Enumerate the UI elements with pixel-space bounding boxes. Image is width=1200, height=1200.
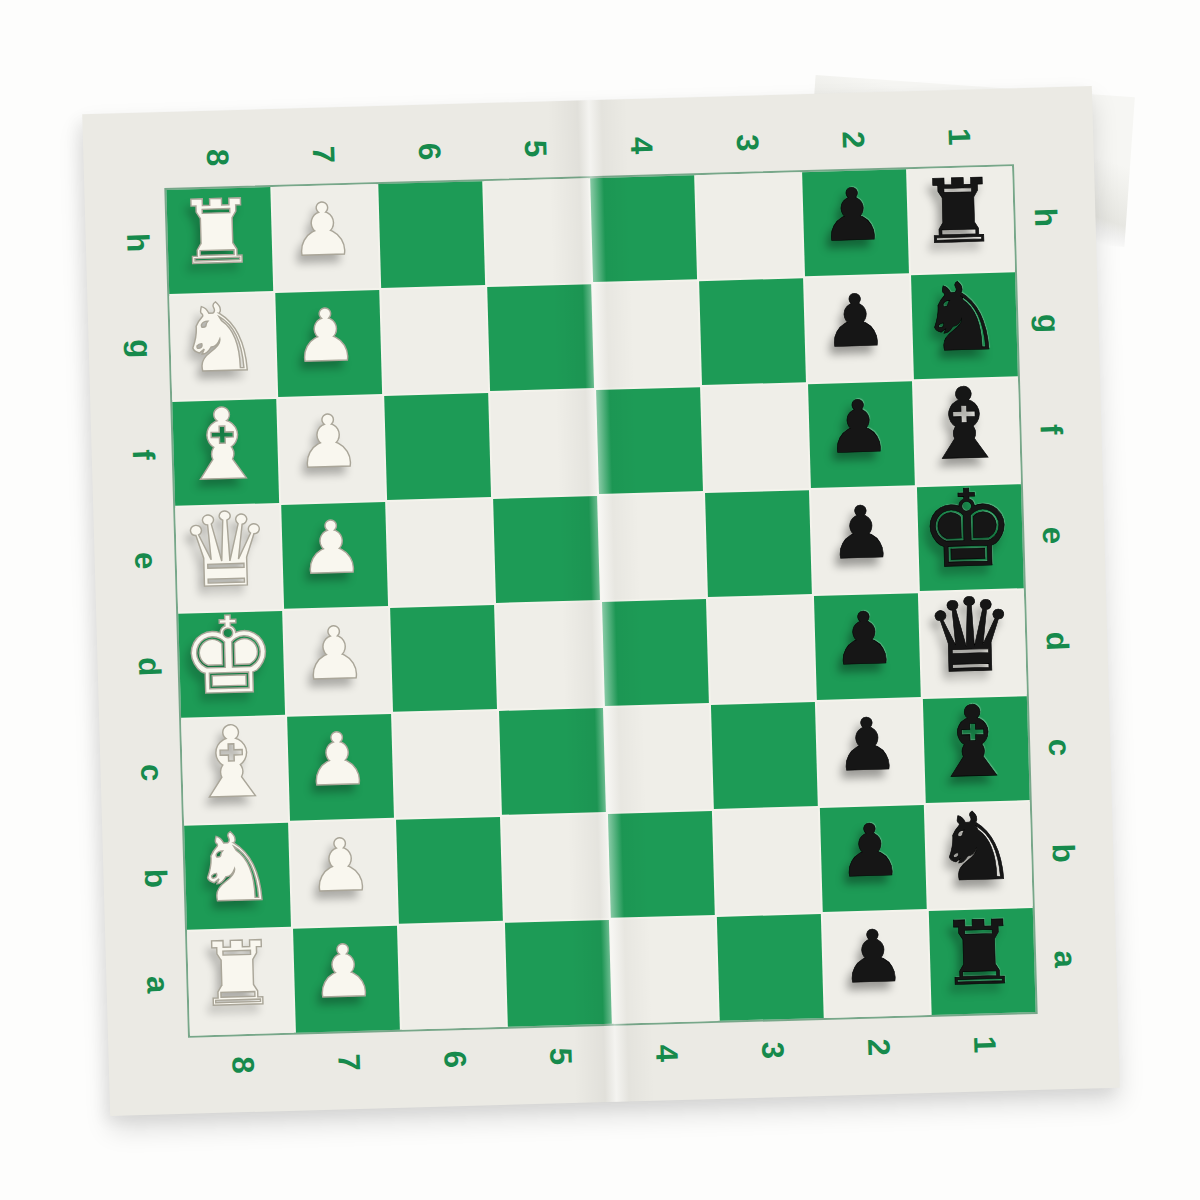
white-pawn: ♟ bbox=[298, 511, 365, 585]
rank-label-2: 2 bbox=[835, 131, 871, 149]
file-label-cell: g bbox=[1017, 270, 1078, 378]
square-f4 bbox=[596, 387, 703, 494]
black-pawn: ♟ bbox=[819, 178, 886, 252]
white-bishop: ♝ bbox=[186, 712, 277, 812]
white-pawn: ♟ bbox=[304, 723, 371, 797]
square-a3 bbox=[717, 914, 824, 1021]
file-label-e: e bbox=[127, 552, 163, 570]
square-f6 bbox=[384, 393, 491, 500]
square-a4 bbox=[611, 917, 718, 1024]
file-label-cell: d bbox=[118, 613, 179, 721]
square-a6 bbox=[399, 923, 506, 1030]
black-rook: ♜ bbox=[918, 167, 999, 257]
square-d2: ♟ bbox=[814, 593, 921, 700]
rank-label-cell: 6 bbox=[401, 1029, 509, 1090]
rank-label-7: 7 bbox=[331, 1053, 367, 1071]
file-label-c: c bbox=[133, 763, 169, 781]
file-label-cell: e bbox=[1023, 482, 1084, 590]
rank-label-cell: 4 bbox=[588, 115, 696, 176]
rank-label-3: 3 bbox=[729, 134, 765, 152]
rank-label-cell: 5 bbox=[507, 1026, 615, 1087]
file-label-cell: c bbox=[121, 719, 182, 827]
white-pawn: ♟ bbox=[292, 299, 359, 373]
file-label-cell: e bbox=[115, 507, 176, 615]
square-b3 bbox=[714, 808, 821, 915]
black-pawn: ♟ bbox=[828, 496, 895, 570]
square-c2: ♟ bbox=[817, 699, 924, 806]
rank-label-3: 3 bbox=[754, 1041, 790, 1059]
file-label-g: g bbox=[122, 339, 159, 359]
rank-label-1: 1 bbox=[966, 1035, 1002, 1053]
rank-label-7: 7 bbox=[305, 145, 341, 163]
square-e7: ♟ bbox=[281, 502, 388, 609]
square-f7: ♟ bbox=[278, 396, 385, 503]
chess-mat: 87654321 hgfedcba ♜♟♟♜♞♟♟♞♝♟♟♝♛♟♟♚♚♟♟♛♝♟… bbox=[82, 86, 1120, 1116]
board: ♜♟♟♜♞♟♟♞♝♟♟♝♛♟♟♚♚♟♟♛♝♟♟♝♞♟♟♞♜♟♟♜ bbox=[164, 164, 1037, 1037]
square-c8: ♝ bbox=[181, 717, 288, 824]
rank-label-cell: 7 bbox=[270, 124, 378, 185]
square-h1: ♜ bbox=[908, 166, 1015, 273]
file-label-f: f bbox=[1032, 424, 1068, 435]
square-e4 bbox=[599, 493, 706, 600]
black-pawn: ♟ bbox=[822, 284, 889, 358]
white-rook: ♜ bbox=[176, 188, 257, 278]
black-pawn: ♟ bbox=[837, 814, 904, 888]
white-pawn: ♟ bbox=[310, 934, 377, 1008]
square-g8: ♞ bbox=[169, 293, 276, 400]
file-label-a: a bbox=[139, 975, 175, 993]
square-d4 bbox=[602, 599, 709, 706]
square-b7: ♟ bbox=[290, 820, 397, 927]
square-g4 bbox=[593, 281, 700, 388]
square-e3 bbox=[705, 490, 812, 597]
black-rook: ♜ bbox=[938, 908, 1019, 998]
square-a2: ♟ bbox=[823, 911, 930, 1018]
square-h7: ♟ bbox=[272, 184, 379, 291]
black-bishop: ♝ bbox=[928, 691, 1019, 791]
square-d6 bbox=[390, 605, 497, 712]
square-a5 bbox=[505, 920, 612, 1027]
square-e5 bbox=[493, 496, 600, 603]
rank-label-cell: 2 bbox=[799, 109, 907, 170]
white-queen: ♛ bbox=[178, 498, 272, 603]
square-c5 bbox=[499, 708, 606, 815]
white-rook: ♜ bbox=[197, 929, 278, 1019]
square-c7: ♟ bbox=[287, 714, 394, 821]
file-label-cell: d bbox=[1026, 588, 1087, 696]
file-label-d: d bbox=[130, 657, 167, 677]
rank-label-6: 6 bbox=[411, 142, 447, 160]
photo-background: 87654321 hgfedcba ♜♟♟♜♞♟♟♞♝♟♟♝♛♟♟♚♚♟♟♛♝♟… bbox=[0, 0, 1200, 1200]
rank-label-6: 6 bbox=[437, 1050, 473, 1068]
rank-label-cell: 4 bbox=[613, 1023, 721, 1084]
file-label-b: b bbox=[1044, 843, 1081, 863]
file-label-cell: a bbox=[127, 931, 188, 1039]
file-label-a: a bbox=[1047, 950, 1083, 968]
rank-label-cell: 8 bbox=[164, 127, 272, 188]
square-f2: ♟ bbox=[808, 381, 915, 488]
square-g3 bbox=[699, 278, 806, 385]
file-label-h: h bbox=[1026, 208, 1063, 228]
rank-label-cell: 1 bbox=[905, 106, 1013, 167]
file-label-cell: f bbox=[112, 401, 173, 509]
file-label-cell: h bbox=[1014, 164, 1075, 272]
square-h8: ♜ bbox=[166, 187, 273, 294]
file-label-b: b bbox=[136, 869, 173, 889]
square-a1: ♜ bbox=[929, 908, 1036, 1015]
square-h3 bbox=[696, 172, 803, 279]
square-h6 bbox=[378, 181, 485, 288]
rank-label-4: 4 bbox=[648, 1044, 684, 1062]
black-knight: ♞ bbox=[918, 270, 1005, 366]
square-g6 bbox=[381, 287, 488, 394]
square-h4 bbox=[590, 175, 697, 282]
square-f3 bbox=[702, 384, 809, 491]
rank-label-cell: 3 bbox=[719, 1020, 827, 1081]
square-g5 bbox=[487, 284, 594, 391]
square-d8: ♚ bbox=[178, 611, 285, 718]
file-label-cell: b bbox=[1032, 799, 1093, 907]
rank-label-5: 5 bbox=[517, 140, 553, 158]
white-king: ♚ bbox=[179, 602, 277, 711]
file-label-g: g bbox=[1029, 313, 1066, 333]
square-a7: ♟ bbox=[293, 926, 400, 1033]
rank-label-8: 8 bbox=[199, 148, 235, 166]
square-d7: ♟ bbox=[284, 608, 391, 715]
black-pawn: ♟ bbox=[840, 920, 907, 994]
white-pawn: ♟ bbox=[295, 405, 362, 479]
black-queen: ♛ bbox=[923, 583, 1017, 688]
file-label-e: e bbox=[1035, 526, 1071, 544]
square-b2: ♟ bbox=[820, 805, 927, 912]
rank-label-cell: 1 bbox=[931, 1014, 1039, 1075]
black-knight: ♞ bbox=[933, 799, 1020, 895]
black-pawn: ♟ bbox=[825, 390, 892, 464]
white-knight: ♞ bbox=[176, 290, 263, 386]
file-label-cell: f bbox=[1020, 376, 1081, 484]
square-d3 bbox=[708, 596, 815, 703]
rank-label-cell: 3 bbox=[693, 112, 801, 173]
square-b6 bbox=[396, 817, 503, 924]
rank-label-cell: 6 bbox=[376, 121, 484, 182]
square-e2: ♟ bbox=[811, 487, 918, 594]
file-label-h: h bbox=[119, 233, 156, 253]
square-c3 bbox=[711, 702, 818, 809]
rank-label-cell: 8 bbox=[189, 1035, 297, 1096]
white-knight: ♞ bbox=[191, 820, 278, 916]
rank-label-4: 4 bbox=[623, 137, 659, 155]
square-a8: ♜ bbox=[187, 929, 294, 1036]
white-pawn: ♟ bbox=[307, 828, 374, 902]
white-pawn: ♟ bbox=[289, 193, 356, 267]
rank-label-cell: 5 bbox=[482, 118, 590, 179]
rank-label-2: 2 bbox=[860, 1038, 896, 1056]
square-f5 bbox=[490, 390, 597, 497]
file-label-cell: a bbox=[1035, 905, 1096, 1013]
file-label-cell: b bbox=[124, 825, 185, 933]
square-c6 bbox=[393, 711, 500, 818]
square-c1: ♝ bbox=[923, 696, 1030, 803]
square-h5 bbox=[484, 178, 591, 285]
square-g2: ♟ bbox=[805, 275, 912, 382]
black-bishop: ♝ bbox=[919, 374, 1010, 474]
black-pawn: ♟ bbox=[834, 708, 901, 782]
square-d1: ♛ bbox=[920, 590, 1027, 697]
square-h2: ♟ bbox=[802, 169, 909, 276]
rank-label-8: 8 bbox=[225, 1056, 261, 1074]
file-label-f: f bbox=[125, 449, 161, 460]
square-b1: ♞ bbox=[926, 802, 1033, 909]
square-e6 bbox=[387, 499, 494, 606]
file-label-cell: c bbox=[1029, 693, 1090, 801]
file-label-d: d bbox=[1038, 631, 1075, 651]
square-b4 bbox=[608, 811, 715, 918]
black-pawn: ♟ bbox=[831, 602, 898, 676]
square-b8: ♞ bbox=[184, 823, 291, 930]
square-g7: ♟ bbox=[275, 290, 382, 397]
square-d5 bbox=[496, 602, 603, 709]
square-c4 bbox=[605, 705, 712, 812]
mat-inner: 87654321 hgfedcba ♜♟♟♜♞♟♟♞♝♟♟♝♛♟♟♚♚♟♟♛♝♟… bbox=[95, 98, 1108, 1103]
file-label-cell: g bbox=[109, 295, 170, 403]
rank-label-cell: 2 bbox=[825, 1017, 933, 1078]
rank-label-5: 5 bbox=[542, 1047, 578, 1065]
rank-label-cell: 7 bbox=[295, 1032, 403, 1093]
file-label-cell: h bbox=[106, 189, 167, 297]
file-label-c: c bbox=[1041, 738, 1077, 756]
square-b5 bbox=[502, 814, 609, 921]
white-pawn: ♟ bbox=[301, 617, 368, 691]
rank-label-1: 1 bbox=[941, 128, 977, 146]
black-king: ♚ bbox=[918, 475, 1016, 584]
square-g1: ♞ bbox=[911, 272, 1018, 379]
white-bishop: ♝ bbox=[177, 394, 268, 494]
